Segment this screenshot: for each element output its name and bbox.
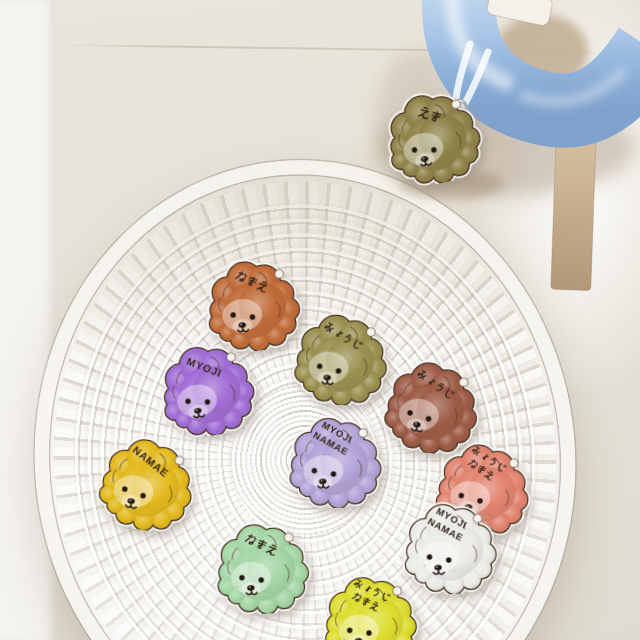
poodle-charm-svg: NAMAE	[88, 427, 204, 537]
charm-olive	[286, 307, 393, 407]
poodle-charm-svg	[286, 307, 393, 407]
poodle-charm-svg: MYOJI	[146, 332, 265, 445]
charm-hole	[509, 459, 518, 468]
charm-hole	[393, 586, 402, 595]
charm-hole	[473, 514, 482, 523]
charm-lavender: MYOJINAMAE	[280, 410, 387, 510]
charm-hole	[366, 328, 375, 337]
poodle-charm-svg	[314, 567, 424, 640]
poodle-charm-svg	[205, 514, 317, 619]
poodle-charm-svg: MYOJINAMAE	[280, 410, 387, 510]
photo-scene: MYOJIMYOJINAMAENAMAEMYOJINAMAE	[0, 0, 640, 640]
charm-purple: MYOJI	[146, 332, 265, 445]
charm-hole	[459, 378, 468, 387]
charm-hole	[359, 429, 368, 438]
charm-hole	[284, 533, 293, 542]
charm-hole	[174, 456, 184, 466]
charm-hole	[274, 269, 283, 278]
charm-lemon	[314, 567, 424, 640]
charm-green	[205, 514, 317, 619]
charm-yellow: NAMAE	[88, 427, 204, 537]
